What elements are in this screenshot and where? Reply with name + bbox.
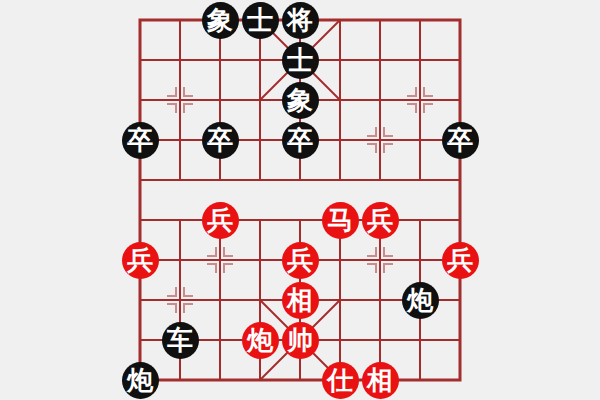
piece-red-horse[interactable]: 马 xyxy=(322,202,359,239)
piece-black-advisor[interactable]: 士 xyxy=(242,2,279,39)
piece-black-elephant[interactable]: 象 xyxy=(282,82,319,119)
piece-black-chariot[interactable]: 车 xyxy=(162,322,199,359)
piece-black-advisor[interactable]: 士 xyxy=(282,42,319,79)
piece-red-elephant[interactable]: 相 xyxy=(362,362,399,399)
piece-red-soldier[interactable]: 兵 xyxy=(282,242,319,279)
xiangqi-board: 象士将士象卒卒卒卒兵马兵兵兵兵相炮车炮帅炮仕相 xyxy=(0,0,600,400)
piece-black-soldier[interactable]: 卒 xyxy=(202,122,239,159)
piece-black-soldier[interactable]: 卒 xyxy=(122,122,159,159)
piece-black-cannon[interactable]: 炮 xyxy=(122,362,159,399)
piece-red-soldier[interactable]: 兵 xyxy=(202,202,239,239)
piece-black-soldier[interactable]: 卒 xyxy=(282,122,319,159)
piece-red-soldier[interactable]: 兵 xyxy=(442,242,479,279)
piece-black-cannon[interactable]: 炮 xyxy=(402,282,439,319)
piece-red-advisor[interactable]: 仕 xyxy=(322,362,359,399)
piece-red-soldier[interactable]: 兵 xyxy=(122,242,159,279)
piece-black-soldier[interactable]: 卒 xyxy=(442,122,479,159)
piece-black-general[interactable]: 将 xyxy=(282,2,319,39)
piece-red-cannon[interactable]: 炮 xyxy=(242,322,279,359)
piece-red-elephant[interactable]: 相 xyxy=(282,282,319,319)
piece-black-elephant[interactable]: 象 xyxy=(202,2,239,39)
piece-red-soldier[interactable]: 兵 xyxy=(362,202,399,239)
piece-red-general[interactable]: 帅 xyxy=(282,322,319,359)
piece-grid: 象士将士象卒卒卒卒兵马兵兵兵兵相炮车炮帅炮仕相 xyxy=(120,0,480,400)
